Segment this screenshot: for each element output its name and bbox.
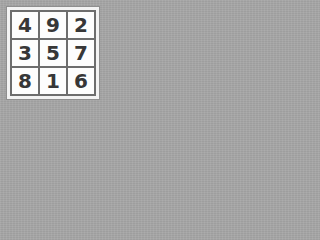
cell-r2c3: 7 [68, 40, 94, 66]
cell-r3c3: 6 [68, 68, 94, 94]
magic-square-grid: 4 9 2 3 5 7 8 1 6 [10, 10, 96, 96]
cell-r2c2: 5 [40, 40, 66, 66]
cell-r1c1: 4 [12, 12, 38, 38]
cell-r1c3: 2 [68, 12, 94, 38]
cell-r3c2: 1 [40, 68, 66, 94]
cell-r3c1: 8 [12, 68, 38, 94]
magic-square-board: 4 9 2 3 5 7 8 1 6 [6, 6, 100, 100]
cell-r1c2: 9 [40, 12, 66, 38]
cell-r2c1: 3 [12, 40, 38, 66]
